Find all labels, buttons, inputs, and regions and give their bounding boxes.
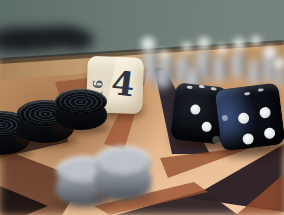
doubling-cube: 16 4 xyxy=(86,56,144,114)
doubling-cube-value-4: 4 xyxy=(106,66,140,102)
backgammon-photo: 16 4 xyxy=(0,0,284,215)
doubling-cube-value-16: 16 xyxy=(91,78,105,100)
